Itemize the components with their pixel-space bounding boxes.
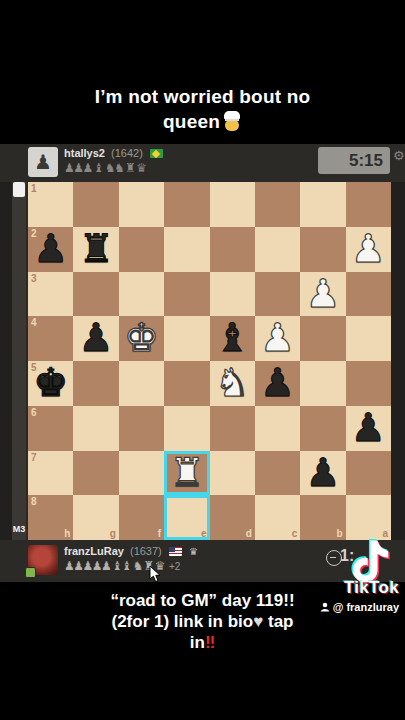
square-d1[interactable]	[210, 182, 255, 227]
white-heart-icon: ♥	[253, 612, 263, 631]
caption-line1: “road to GM” day 119!!	[0, 590, 405, 611]
black-pawn-a6[interactable]: ♟	[346, 406, 391, 451]
rank-label-3: 3	[31, 273, 37, 284]
square-g4[interactable]: ♟	[73, 316, 118, 361]
white-pawn-c4[interactable]: ♟	[255, 316, 300, 361]
square-h4[interactable]: 4	[28, 316, 73, 361]
black-bishop-d4[interactable]: ♝	[210, 316, 255, 361]
chef-emoji-icon	[222, 111, 242, 131]
top-player-bar: ♟ htallys2 (1642) ♟♟♟ ♝ ♞♞ ♜ ♛ 5:15 ⚙	[0, 144, 405, 182]
square-b8[interactable]: b	[300, 495, 345, 540]
square-f7[interactable]	[119, 451, 164, 496]
file-label-h: h	[64, 528, 70, 539]
square-c5[interactable]: ♟	[255, 361, 300, 406]
square-c8[interactable]: c	[255, 495, 300, 540]
black-king-h5[interactable]: ♚	[28, 361, 73, 406]
rank-label-1: 1	[31, 183, 37, 194]
tiktok-video-frame: I’m not worried bout no queen ♟ htallys2…	[0, 0, 405, 720]
file-label-f: f	[158, 528, 161, 539]
white-pawn-b3[interactable]: ♟	[300, 272, 345, 317]
top-player-avatar[interactable]: ♟	[28, 147, 58, 177]
white-knight-d5[interactable]: ♞	[210, 361, 255, 406]
square-a7[interactable]	[346, 451, 391, 496]
square-f8[interactable]: f	[119, 495, 164, 540]
eval-white-segment	[13, 182, 25, 197]
square-d7[interactable]	[210, 451, 255, 496]
square-g1[interactable]	[73, 182, 118, 227]
square-a1[interactable]	[346, 182, 391, 227]
black-pawn-c5[interactable]: ♟	[255, 361, 300, 406]
square-c7[interactable]	[255, 451, 300, 496]
square-e8[interactable]: e	[164, 495, 209, 540]
white-king-f4[interactable]: ♚	[119, 316, 164, 361]
square-h2[interactable]: 2♟	[28, 227, 73, 272]
title-line1: I’m not worried bout no	[0, 84, 405, 109]
rank-label-7: 7	[31, 452, 37, 463]
square-b2[interactable]	[300, 227, 345, 272]
square-e1[interactable]	[164, 182, 209, 227]
square-b3[interactable]: ♟	[300, 272, 345, 317]
square-a2[interactable]: ♟	[346, 227, 391, 272]
bottom-player-name[interactable]: franzLuRay	[64, 545, 124, 557]
square-d5[interactable]: ♞	[210, 361, 255, 406]
square-g5[interactable]	[73, 361, 118, 406]
top-player-clock: 5:15	[318, 147, 390, 174]
rank-label-8: 8	[31, 496, 37, 507]
rank-label-4: 4	[31, 317, 37, 328]
square-b5[interactable]	[300, 361, 345, 406]
black-pawn-g4[interactable]: ♟	[73, 316, 118, 361]
usa-flag-icon	[169, 547, 182, 556]
bottom-player-captured-pieces: ♟♟♟♟♟ ♝♝ ♞ ♜ ♛+2	[64, 558, 180, 574]
bottom-player-rating: (1637)	[130, 545, 162, 557]
file-label-c: c	[292, 528, 298, 539]
white-rook-e7[interactable]: ♜	[164, 451, 209, 496]
square-h3[interactable]: 3	[28, 272, 73, 317]
file-label-b: b	[337, 528, 343, 539]
square-d4[interactable]: ♝	[210, 316, 255, 361]
square-d2[interactable]	[210, 227, 255, 272]
square-e3[interactable]	[164, 272, 209, 317]
square-g2[interactable]: ♜	[73, 227, 118, 272]
square-e2[interactable]	[164, 227, 209, 272]
premium-crown-icon: ♛	[189, 546, 198, 557]
square-e5[interactable]	[164, 361, 209, 406]
left-edge-strip	[0, 182, 12, 540]
file-label-d: d	[246, 528, 252, 539]
file-label-e: e	[201, 528, 207, 539]
brazil-flag-icon	[150, 149, 163, 158]
square-a3[interactable]	[346, 272, 391, 317]
square-c6[interactable]	[255, 406, 300, 451]
square-b6[interactable]	[300, 406, 345, 451]
square-b1[interactable]	[300, 182, 345, 227]
square-a6[interactable]: ♟	[346, 406, 391, 451]
square-e7[interactable]: ♜	[164, 451, 209, 496]
double-exclamation: ‼	[205, 633, 215, 652]
square-g7[interactable]	[73, 451, 118, 496]
black-rook-g2[interactable]: ♜	[73, 227, 118, 272]
top-player-rating: (1642)	[111, 147, 143, 159]
file-label-g: g	[110, 528, 116, 539]
square-b7[interactable]: ♟	[300, 451, 345, 496]
top-player-name[interactable]: htallys2	[64, 147, 105, 159]
square-f3[interactable]	[119, 272, 164, 317]
caption-line3: in‼	[0, 632, 405, 653]
square-a5[interactable]	[346, 361, 391, 406]
square-b4[interactable]	[300, 316, 345, 361]
right-edge-strip	[391, 182, 405, 540]
square-g3[interactable]	[73, 272, 118, 317]
settings-gear-icon[interactable]: ⚙	[393, 148, 405, 163]
square-g8[interactable]: g	[73, 495, 118, 540]
caption-line2: (2for 1) link in bio♥ tap	[0, 611, 405, 632]
bottom-player-avatar[interactable]	[28, 545, 58, 575]
square-f2[interactable]	[119, 227, 164, 272]
video-title: I’m not worried bout no queen	[0, 84, 405, 134]
square-f6[interactable]	[119, 406, 164, 451]
top-player-captured-pieces: ♟♟♟ ♝ ♞♞ ♜ ♛	[64, 160, 145, 176]
square-h5[interactable]: 5♚	[28, 361, 73, 406]
black-pawn-b7[interactable]: ♟	[300, 451, 345, 496]
white-pawn-a2[interactable]: ♟	[346, 227, 391, 272]
square-d6[interactable]	[210, 406, 255, 451]
title-line2: queen	[0, 109, 405, 134]
square-e6[interactable]	[164, 406, 209, 451]
square-a8[interactable]: a	[346, 495, 391, 540]
square-c4[interactable]: ♟	[255, 316, 300, 361]
square-e4[interactable]	[164, 316, 209, 361]
square-f1[interactable]	[119, 182, 164, 227]
eval-mate-label: M3	[12, 524, 26, 534]
square-d8[interactable]: d	[210, 495, 255, 540]
square-h8[interactable]: 8h	[28, 495, 73, 540]
square-c3[interactable]	[255, 272, 300, 317]
rank-label-6: 6	[31, 407, 37, 418]
square-h6[interactable]: 6	[28, 406, 73, 451]
square-g6[interactable]	[73, 406, 118, 451]
square-c1[interactable]	[255, 182, 300, 227]
square-h1[interactable]: 1	[28, 182, 73, 227]
bottom-player-bar: franzLuRay (1637) ♛ ♟♟♟♟♟ ♝♝ ♞ ♜ ♛+2 1:	[0, 542, 405, 580]
online-badge	[25, 567, 36, 578]
mouse-cursor-icon	[149, 565, 162, 583]
square-d3[interactable]	[210, 272, 255, 317]
chess-board: 12♟♜♟3♟4♟♚♝♟5♚♞♟6♟7♜♟8hgfedcba	[28, 182, 391, 540]
evaluation-bar: M3	[12, 182, 26, 540]
bottom-player-name-row: franzLuRay (1637) ♛	[64, 544, 198, 558]
chess-app: ♟ htallys2 (1642) ♟♟♟ ♝ ♞♞ ♜ ♛ 5:15 ⚙ M3…	[0, 144, 405, 582]
top-player-name-row: htallys2 (1642)	[64, 146, 163, 160]
square-h7[interactable]: 7	[28, 451, 73, 496]
square-c2[interactable]	[255, 227, 300, 272]
square-a4[interactable]	[346, 316, 391, 361]
black-pawn-h2[interactable]: ♟	[28, 227, 73, 272]
video-caption: “road to GM” day 119!! (2for 1) link in …	[0, 590, 405, 653]
square-f4[interactable]: ♚	[119, 316, 164, 361]
square-f5[interactable]	[119, 361, 164, 406]
material-advantage: +2	[169, 561, 180, 572]
